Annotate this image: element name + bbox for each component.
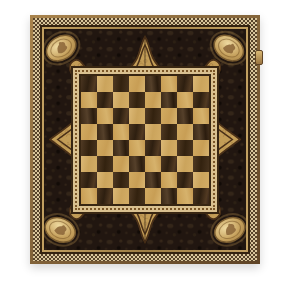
board-square	[81, 188, 97, 204]
board-square	[145, 124, 161, 140]
board-square	[193, 140, 209, 156]
board-square	[161, 92, 177, 108]
board-square	[177, 92, 193, 108]
board-square	[177, 188, 193, 204]
board-square	[193, 92, 209, 108]
board-square	[113, 124, 129, 140]
board-square	[145, 92, 161, 108]
board-square	[145, 156, 161, 172]
board-square	[81, 92, 97, 108]
board-square	[161, 156, 177, 172]
board-square	[161, 140, 177, 156]
board-square	[129, 124, 145, 140]
board-square	[129, 156, 145, 172]
board-square	[129, 140, 145, 156]
board-square	[97, 76, 113, 92]
board-square	[161, 124, 177, 140]
clasp-latch	[255, 50, 263, 65]
board-square	[113, 108, 129, 124]
board-square	[97, 156, 113, 172]
board-square	[113, 92, 129, 108]
board-square	[145, 188, 161, 204]
board-square	[97, 124, 113, 140]
board-square	[177, 156, 193, 172]
board-square	[177, 108, 193, 124]
board-square	[81, 140, 97, 156]
board-square	[145, 140, 161, 156]
board-square	[161, 188, 177, 204]
board-square	[97, 172, 113, 188]
board-square	[145, 172, 161, 188]
board-square	[113, 156, 129, 172]
board-square	[129, 188, 145, 204]
board-square	[193, 188, 209, 204]
board-square	[193, 76, 209, 92]
board-square	[113, 76, 129, 92]
board-square	[129, 92, 145, 108]
board-square	[81, 124, 97, 140]
board-square	[145, 108, 161, 124]
board-square	[177, 124, 193, 140]
board-square	[129, 108, 145, 124]
chess-border	[71, 66, 219, 214]
board-square	[129, 76, 145, 92]
board-square	[161, 108, 177, 124]
board-square	[193, 156, 209, 172]
board-square	[193, 108, 209, 124]
chess-grid	[79, 74, 211, 206]
game-board	[30, 15, 260, 264]
board-square	[81, 156, 97, 172]
board-square	[97, 188, 113, 204]
board-square	[161, 172, 177, 188]
board-square	[81, 108, 97, 124]
board-square	[113, 140, 129, 156]
board-square	[161, 76, 177, 92]
board-square	[193, 172, 209, 188]
board-square	[129, 172, 145, 188]
board-square	[177, 76, 193, 92]
board-square	[145, 76, 161, 92]
board-square	[193, 124, 209, 140]
board-square	[81, 76, 97, 92]
board-square	[113, 188, 129, 204]
board-square	[177, 140, 193, 156]
board-square	[97, 140, 113, 156]
board-square	[97, 92, 113, 108]
board-square	[177, 172, 193, 188]
board-square	[81, 172, 97, 188]
photo-backdrop	[0, 0, 282, 282]
board-square	[113, 172, 129, 188]
carved-field	[44, 29, 246, 250]
board-square	[97, 108, 113, 124]
